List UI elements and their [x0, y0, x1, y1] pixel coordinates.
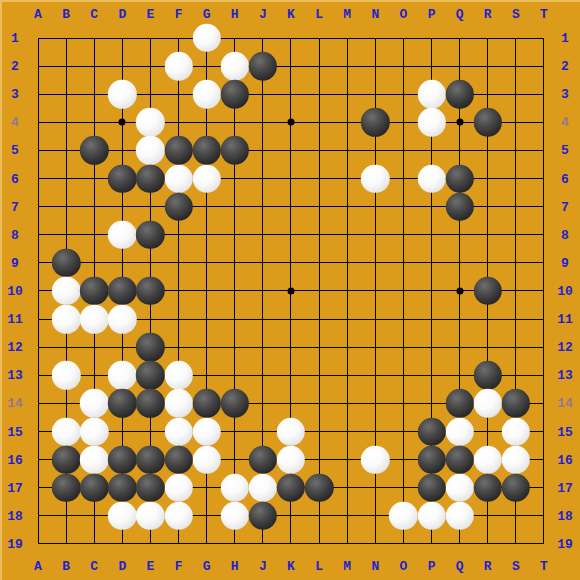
stone-white-P18: [417, 502, 445, 530]
stone-white-F13: [164, 361, 192, 389]
column-label-top: A: [34, 8, 42, 21]
stone-black-D14: [108, 389, 136, 417]
row-label-left: 3: [11, 88, 19, 101]
column-label-top: L: [315, 8, 323, 21]
column-label-top: F: [175, 8, 183, 21]
stone-white-G15: [192, 417, 220, 445]
stone-white-F14: [164, 389, 192, 417]
grid-line-horizontal: [38, 543, 545, 544]
stone-white-C16: [80, 445, 108, 473]
stone-white-P3: [417, 80, 445, 108]
stone-white-R14: [474, 389, 502, 417]
stone-black-Q3: [445, 80, 473, 108]
stone-black-D6: [108, 164, 136, 192]
stone-white-C11: [80, 305, 108, 333]
stone-black-R10: [474, 277, 502, 305]
stone-black-E13: [136, 361, 164, 389]
row-label-left: 19: [7, 537, 23, 550]
stone-black-H3: [221, 80, 249, 108]
stone-white-D11: [108, 305, 136, 333]
row-label-left: 11: [7, 313, 23, 326]
stone-white-E18: [136, 502, 164, 530]
stone-white-P4: [417, 108, 445, 136]
stone-black-G14: [192, 389, 220, 417]
stone-white-B11: [52, 305, 80, 333]
stone-black-E6: [136, 164, 164, 192]
row-label-right: 6: [561, 172, 569, 185]
column-label-bottom: H: [231, 560, 239, 573]
row-label-right: 16: [557, 453, 573, 466]
stone-black-B9: [52, 249, 80, 277]
stone-white-G16: [192, 445, 220, 473]
stone-white-D13: [108, 361, 136, 389]
stone-white-F2: [164, 52, 192, 80]
column-label-bottom: M: [343, 560, 351, 573]
row-label-right: 17: [557, 481, 573, 494]
stone-black-J16: [249, 445, 277, 473]
stone-white-S16: [502, 445, 530, 473]
column-label-top: Q: [456, 8, 464, 21]
stone-white-D18: [108, 502, 136, 530]
column-label-bottom: P: [428, 560, 436, 573]
stone-black-J2: [249, 52, 277, 80]
stone-black-E14: [136, 389, 164, 417]
stone-black-L17: [305, 474, 333, 502]
row-label-left: 7: [11, 200, 19, 213]
stone-white-B13: [52, 361, 80, 389]
stone-white-K15: [277, 417, 305, 445]
stone-black-H5: [221, 136, 249, 164]
grid-line-horizontal: [38, 347, 545, 348]
column-label-bottom: C: [90, 560, 98, 573]
stone-black-C5: [80, 136, 108, 164]
row-label-right: 14: [557, 397, 573, 410]
row-label-right: 2: [561, 60, 569, 73]
stone-black-E8: [136, 221, 164, 249]
stone-white-G6: [192, 164, 220, 192]
stone-white-Q17: [445, 474, 473, 502]
stone-white-R16: [474, 445, 502, 473]
column-label-bottom: S: [512, 560, 520, 573]
stone-black-E17: [136, 474, 164, 502]
row-label-left: 1: [11, 32, 19, 45]
column-label-top: P: [428, 8, 436, 21]
column-label-bottom: J: [259, 560, 267, 573]
row-label-right: 19: [557, 537, 573, 550]
column-label-bottom: L: [315, 560, 323, 573]
stone-white-G1: [192, 24, 220, 52]
stone-white-H17: [221, 474, 249, 502]
stone-white-J17: [249, 474, 277, 502]
stone-white-Q18: [445, 502, 473, 530]
stone-black-P15: [417, 417, 445, 445]
stone-black-N4: [361, 108, 389, 136]
stone-white-D3: [108, 80, 136, 108]
grid-line-vertical: [347, 38, 348, 545]
column-label-top: D: [118, 8, 126, 21]
stone-black-Q7: [445, 192, 473, 220]
column-label-bottom: F: [175, 560, 183, 573]
stone-white-O18: [389, 502, 417, 530]
hoshi-dot: [287, 287, 294, 294]
row-label-left: 18: [7, 509, 23, 522]
column-label-top: O: [400, 8, 408, 21]
stone-black-R17: [474, 474, 502, 502]
column-label-top: N: [371, 8, 379, 21]
stone-black-D16: [108, 445, 136, 473]
stone-white-S15: [502, 417, 530, 445]
stone-black-G5: [192, 136, 220, 164]
stone-black-D17: [108, 474, 136, 502]
grid-line-vertical: [319, 38, 320, 545]
stone-black-B16: [52, 445, 80, 473]
stone-black-E10: [136, 277, 164, 305]
grid-line-vertical: [543, 38, 544, 545]
stone-white-G3: [192, 80, 220, 108]
stone-black-C10: [80, 277, 108, 305]
stone-black-R4: [474, 108, 502, 136]
row-label-right: 11: [557, 313, 573, 326]
hoshi-dot: [119, 119, 126, 126]
stone-white-P6: [417, 164, 445, 192]
column-label-top: H: [231, 8, 239, 21]
stone-black-P17: [417, 474, 445, 502]
row-label-right: 8: [561, 228, 569, 241]
stone-white-C14: [80, 389, 108, 417]
stone-black-F5: [164, 136, 192, 164]
row-label-left: 9: [11, 256, 19, 269]
column-label-top: K: [287, 8, 295, 21]
stone-black-E16: [136, 445, 164, 473]
stone-white-K16: [277, 445, 305, 473]
column-label-bottom: Q: [456, 560, 464, 573]
hoshi-dot: [287, 119, 294, 126]
stone-white-C15: [80, 417, 108, 445]
column-label-bottom: O: [400, 560, 408, 573]
row-label-right: 9: [561, 256, 569, 269]
stone-white-Q15: [445, 417, 473, 445]
stone-white-N16: [361, 445, 389, 473]
row-label-right: 7: [561, 200, 569, 213]
stone-white-F17: [164, 474, 192, 502]
stone-white-H18: [221, 502, 249, 530]
column-label-top: C: [90, 8, 98, 21]
row-label-left: 12: [7, 341, 23, 354]
column-label-top: R: [484, 8, 492, 21]
column-label-bottom: E: [147, 560, 155, 573]
column-label-top: B: [62, 8, 70, 21]
column-label-top: T: [540, 8, 548, 21]
row-label-right: 1: [561, 32, 569, 45]
stone-black-S14: [502, 389, 530, 417]
stone-black-S17: [502, 474, 530, 502]
stone-white-F15: [164, 417, 192, 445]
stone-black-P16: [417, 445, 445, 473]
stone-black-K17: [277, 474, 305, 502]
row-label-left: 4: [11, 116, 19, 129]
row-label-left: 14: [7, 397, 23, 410]
stone-white-N6: [361, 164, 389, 192]
stone-white-B10: [52, 277, 80, 305]
stone-black-J18: [249, 502, 277, 530]
row-label-left: 17: [7, 481, 23, 494]
row-label-left: 10: [7, 284, 23, 297]
column-label-bottom: N: [371, 560, 379, 573]
stone-black-C17: [80, 474, 108, 502]
stone-white-B15: [52, 417, 80, 445]
column-label-top: S: [512, 8, 520, 21]
row-label-right: 13: [557, 369, 573, 382]
stone-white-E5: [136, 136, 164, 164]
stone-black-Q14: [445, 389, 473, 417]
go-client-window: AABBCCDDEEFFGGHHJJKKLLMMNNOOPPQQRRSSTT11…: [0, 0, 580, 580]
stone-white-H2: [221, 52, 249, 80]
column-label-bottom: B: [62, 560, 70, 573]
stone-white-E4: [136, 108, 164, 136]
stone-black-H14: [221, 389, 249, 417]
grid-line-vertical: [403, 38, 404, 545]
hoshi-dot: [456, 287, 463, 294]
row-label-left: 16: [7, 453, 23, 466]
stone-black-R13: [474, 361, 502, 389]
row-label-right: 10: [557, 284, 573, 297]
row-label-left: 6: [11, 172, 19, 185]
stone-black-Q16: [445, 445, 473, 473]
row-label-left: 8: [11, 228, 19, 241]
row-label-right: 3: [561, 88, 569, 101]
row-label-right: 18: [557, 509, 573, 522]
stone-black-F7: [164, 192, 192, 220]
row-label-left: 2: [11, 60, 19, 73]
column-label-top: G: [203, 8, 211, 21]
column-label-top: M: [343, 8, 351, 21]
row-label-right: 15: [557, 425, 573, 438]
column-label-bottom: A: [34, 560, 42, 573]
stone-black-Q6: [445, 164, 473, 192]
column-label-bottom: R: [484, 560, 492, 573]
stone-black-E12: [136, 333, 164, 361]
hoshi-dot: [456, 119, 463, 126]
stone-black-D10: [108, 277, 136, 305]
column-label-top: J: [259, 8, 267, 21]
stone-white-D8: [108, 221, 136, 249]
stone-black-B17: [52, 474, 80, 502]
column-label-bottom: T: [540, 560, 548, 573]
row-label-left: 15: [7, 425, 23, 438]
stone-white-F18: [164, 502, 192, 530]
column-label-top: E: [147, 8, 155, 21]
stone-white-F6: [164, 164, 192, 192]
column-label-bottom: G: [203, 560, 211, 573]
row-label-right: 5: [561, 144, 569, 157]
stone-black-F16: [164, 445, 192, 473]
row-label-right: 4: [561, 116, 569, 129]
column-label-bottom: K: [287, 560, 295, 573]
row-label-left: 5: [11, 144, 19, 157]
row-label-right: 12: [557, 341, 573, 354]
column-label-bottom: D: [118, 560, 126, 573]
row-label-left: 13: [7, 369, 23, 382]
